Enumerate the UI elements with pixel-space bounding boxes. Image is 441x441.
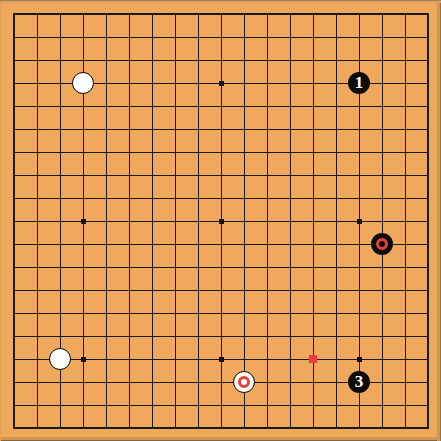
go-board: 13 [0, 0, 441, 441]
star-point [81, 219, 86, 224]
move-number: 1 [355, 74, 364, 91]
stone-white [49, 348, 71, 370]
square-marker [309, 355, 317, 363]
star-point [81, 357, 86, 362]
circle-marker [376, 238, 388, 250]
circle-marker [238, 376, 250, 388]
stone-white [72, 72, 94, 94]
stone-black-move-1: 1 [348, 72, 370, 94]
stone-black-circled [371, 233, 393, 255]
star-point [219, 357, 224, 362]
stone-black-move-3: 3 [348, 371, 370, 393]
star-point [357, 219, 362, 224]
star-point [219, 219, 224, 224]
move-number: 3 [355, 373, 364, 390]
star-point [219, 81, 224, 86]
stone-white-circled [233, 371, 255, 393]
star-point [357, 357, 362, 362]
